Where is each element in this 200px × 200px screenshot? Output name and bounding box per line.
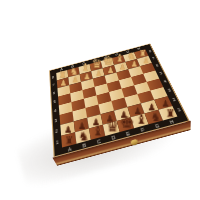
- piece-light-pawn-b7[interactable]: ♟: [69, 76, 81, 84]
- piece-dark-knight-b1[interactable]: ♞: [76, 130, 91, 142]
- piece-dark-rook-a1[interactable]: ♜: [62, 135, 77, 146]
- square-h7[interactable]: ♟: [137, 56, 152, 66]
- piece-dark-king-e1[interactable]: ♚: [119, 114, 134, 130]
- square-d7[interactable]: ♟: [91, 68, 104, 79]
- rank-label-left-1: 1: [54, 136, 61, 149]
- square-b5[interactable]: [70, 90, 84, 102]
- piece-light-pawn-a7[interactable]: ♟: [57, 79, 69, 87]
- square-e4[interactable]: [109, 89, 124, 101]
- piece-light-pawn-g7[interactable]: ♟: [128, 60, 140, 68]
- piece-dark-bishop-f1[interactable]: ♝: [134, 113, 149, 126]
- piece-light-pawn-e7[interactable]: ♟: [104, 66, 116, 74]
- photo-scene: ABCDEFGH ABCDEFGH 87654321 87654321 ♜♞♝♛…: [0, 0, 200, 200]
- piece-dark-pawn-a2[interactable]: ♟: [61, 125, 75, 134]
- square-a7[interactable]: ♟: [57, 77, 69, 88]
- piece-dark-rook-h1[interactable]: ♜: [163, 108, 178, 119]
- piece-dark-bishop-c1[interactable]: ♝: [91, 125, 106, 138]
- piece-light-pawn-f7[interactable]: ♟: [116, 63, 128, 71]
- piece-light-pawn-h7[interactable]: ♟: [140, 57, 152, 65]
- piece-light-pawn-c7[interactable]: ♟: [81, 72, 93, 80]
- piece-dark-knight-g1[interactable]: ♞: [148, 110, 163, 122]
- piece-dark-queen-d1[interactable]: ♛: [105, 119, 120, 134]
- piece-light-pawn-d7[interactable]: ♟: [93, 69, 105, 77]
